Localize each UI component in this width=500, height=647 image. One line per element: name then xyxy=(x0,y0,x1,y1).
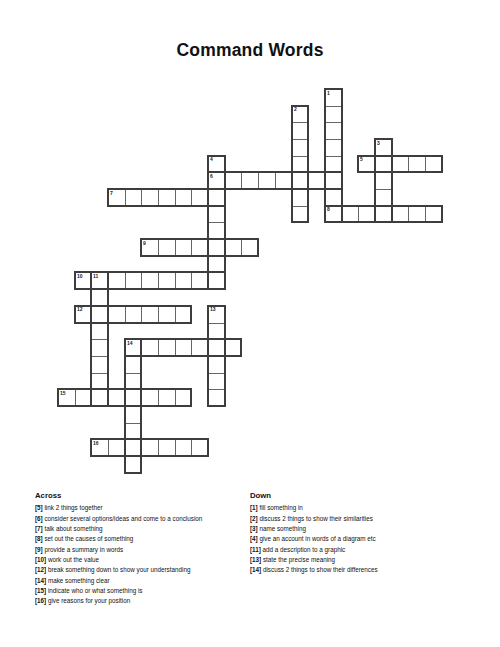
grid-cell[interactable] xyxy=(91,356,108,373)
grid-cell[interactable] xyxy=(175,339,192,356)
clue-number: 13 xyxy=(210,307,216,312)
grid-cell[interactable] xyxy=(375,156,392,173)
grid-cell[interactable] xyxy=(425,156,442,173)
grid-cell[interactable] xyxy=(141,339,158,356)
clue-item-text: discuss 2 things to show their differenc… xyxy=(263,567,378,574)
clue-item-text: indicate who or what something is xyxy=(48,587,143,594)
grid-cell[interactable] xyxy=(208,339,225,356)
clue-item: [8] set out the causes of something xyxy=(35,534,265,544)
clue-item-number: [6] xyxy=(35,515,44,522)
clue-item-text: give reasons for your position xyxy=(48,598,130,605)
grid-cell[interactable] xyxy=(158,189,175,206)
clue-item-number: [11] xyxy=(250,546,263,553)
clue-item: [11] add a description to a graphic xyxy=(250,544,480,554)
grid-cell[interactable] xyxy=(208,222,225,239)
grid-cell[interactable] xyxy=(141,389,158,406)
grid-cell[interactable] xyxy=(392,156,409,173)
clue-item: [15] indicate who or what something is xyxy=(35,586,265,596)
clue-item-number: [5] xyxy=(35,505,44,512)
clue-item-text: link 2 things together xyxy=(44,505,102,512)
clue-item: [4] give an account in words of a diagra… xyxy=(250,534,480,544)
clue-item-text: give an account in words of a diagram et… xyxy=(259,536,375,543)
clue-item-number: [4] xyxy=(250,536,259,543)
grid-cell[interactable] xyxy=(158,389,175,406)
clue-item: [14] discuss 2 things to show their diff… xyxy=(250,565,480,575)
grid-cell[interactable] xyxy=(108,306,125,323)
grid-cell[interactable] xyxy=(208,206,225,223)
grid-cell[interactable] xyxy=(125,272,142,289)
clue-number: 9 xyxy=(143,241,146,246)
clue-number: 4 xyxy=(210,157,213,162)
down-clues-section: Down [1] fill something in[2] discuss 2 … xyxy=(250,491,480,575)
clue-item-number: [8] xyxy=(35,536,44,543)
across-header: Across xyxy=(35,491,265,500)
grid-cell[interactable] xyxy=(375,189,392,206)
clue-item-number: [9] xyxy=(35,546,44,553)
grid-cell[interactable] xyxy=(292,172,309,189)
clue-number: 15 xyxy=(60,391,66,396)
clue-item: [1] fill something in xyxy=(250,503,480,513)
grid-cell[interactable] xyxy=(325,139,342,156)
clue-item: [14] make something clear xyxy=(35,575,265,585)
clue-item-text: discuss 2 things to show their similarit… xyxy=(259,515,372,522)
grid-cell[interactable] xyxy=(125,406,142,423)
grid-cell[interactable] xyxy=(408,206,425,223)
clue-number: 12 xyxy=(77,307,83,312)
grid-cell[interactable] xyxy=(75,389,92,406)
grid-cell[interactable] xyxy=(292,206,309,223)
clue-number: 10 xyxy=(77,274,83,279)
grid-cell[interactable] xyxy=(125,389,142,406)
clue-item-number: [2] xyxy=(250,515,259,522)
grid-cell[interactable] xyxy=(292,156,309,173)
grid-cell[interactable] xyxy=(125,306,142,323)
grid-cell[interactable] xyxy=(191,339,208,356)
grid-cell[interactable] xyxy=(191,272,208,289)
clue-item-number: [7] xyxy=(35,525,44,532)
grid-cell[interactable] xyxy=(241,239,258,256)
down-header: Down xyxy=(250,491,480,500)
grid-cell[interactable] xyxy=(141,189,158,206)
grid-cell[interactable] xyxy=(91,373,108,390)
clue-item-number: [12] xyxy=(35,567,48,574)
grid-cell[interactable] xyxy=(191,239,208,256)
grid-cell[interactable] xyxy=(241,172,258,189)
grid-cell[interactable] xyxy=(125,456,142,473)
grid-cell[interactable] xyxy=(175,272,192,289)
grid-cell[interactable] xyxy=(392,206,409,223)
grid-cell[interactable] xyxy=(158,339,175,356)
grid-cell[interactable] xyxy=(175,239,192,256)
grid-cell[interactable] xyxy=(141,439,158,456)
grid-cell[interactable] xyxy=(225,239,242,256)
clue-number: 7 xyxy=(110,191,113,196)
grid-cell[interactable] xyxy=(292,189,309,206)
clue-item-number: [3] xyxy=(250,525,259,532)
clue-item-text: set out the causes of something xyxy=(44,536,133,543)
clue-item: [13] state the precise meaning xyxy=(250,555,480,565)
grid-cell[interactable] xyxy=(141,272,158,289)
clue-item: [9] provide a summary in words xyxy=(35,544,265,554)
clue-item: [6] consider several options/ideas and c… xyxy=(35,513,265,523)
grid-cell[interactable] xyxy=(125,373,142,390)
clue-item: [16] give reasons for your position xyxy=(35,596,265,606)
grid-cell[interactable] xyxy=(325,122,342,139)
page: Command Words 12345678910111213141516 Ac… xyxy=(0,0,500,647)
grid-cell[interactable] xyxy=(325,172,342,189)
grid-cell[interactable] xyxy=(141,306,158,323)
grid-cell[interactable] xyxy=(375,172,392,189)
clue-item: [3] name something xyxy=(250,524,480,534)
grid-cell[interactable] xyxy=(125,356,142,373)
clue-number: 6 xyxy=(210,174,213,179)
grid-cell[interactable] xyxy=(258,172,275,189)
clue-item-text: work out the value xyxy=(48,556,99,563)
grid-cell[interactable] xyxy=(425,206,442,223)
grid-cell[interactable] xyxy=(208,323,225,340)
grid-cell[interactable] xyxy=(308,172,325,189)
clue-item: [2] discuss 2 things to show their simil… xyxy=(250,513,480,523)
grid-cell[interactable] xyxy=(91,339,108,356)
grid-cell[interactable] xyxy=(108,272,125,289)
grid-cell[interactable] xyxy=(208,256,225,273)
grid-cell[interactable] xyxy=(208,356,225,373)
clue-number: 2 xyxy=(294,107,297,112)
clue-item-number: [1] xyxy=(250,505,259,512)
grid-cell[interactable] xyxy=(292,139,309,156)
grid-cell[interactable] xyxy=(175,189,192,206)
clue-item-text: fill something in xyxy=(259,505,302,512)
grid-cell[interactable] xyxy=(125,189,142,206)
clue-item-number: [16] xyxy=(35,598,48,605)
clue-item: [10] work out the value xyxy=(35,555,265,565)
clue-item-number: [15] xyxy=(35,587,48,594)
clue-number: 1 xyxy=(327,91,330,96)
grid-cell[interactable] xyxy=(208,239,225,256)
grid-cell[interactable] xyxy=(108,389,125,406)
across-clue-list: [5] link 2 things together[6] consider s… xyxy=(35,503,265,607)
clue-item-text: talk about something xyxy=(44,525,102,532)
grid-cell[interactable] xyxy=(175,439,192,456)
grid-cell[interactable] xyxy=(325,156,342,173)
clue-item-number: [14] xyxy=(35,577,48,584)
clue-item-text: add a description to a graphic xyxy=(263,546,346,553)
clue-number: 11 xyxy=(93,274,98,279)
clue-item-text: name something xyxy=(259,525,306,532)
grid-cell[interactable] xyxy=(125,423,142,440)
grid-cell[interactable] xyxy=(191,189,208,206)
grid-cell[interactable] xyxy=(158,439,175,456)
clue-number: 3 xyxy=(377,141,380,146)
grid-cell[interactable] xyxy=(358,206,375,223)
clue-number: 5 xyxy=(360,157,363,162)
grid-cell[interactable] xyxy=(191,439,208,456)
grid-cell[interactable] xyxy=(175,389,192,406)
grid-cell[interactable] xyxy=(342,206,359,223)
clue-item: [7] talk about something xyxy=(35,524,265,534)
clue-item-text: state the precise meaning xyxy=(263,556,335,563)
grid-cell[interactable] xyxy=(175,306,192,323)
clue-number: 14 xyxy=(127,341,133,346)
grid-cell[interactable] xyxy=(375,206,392,223)
clue-item-number: [14] xyxy=(250,567,263,574)
clue-item-text: provide a summary in words xyxy=(44,546,123,553)
clue-item-text: make something clear xyxy=(48,577,110,584)
grid-cell[interactable] xyxy=(275,172,292,189)
grid-cell[interactable] xyxy=(108,439,125,456)
clue-item-number: [13] xyxy=(250,556,263,563)
clue-item: [12] break something down to show your u… xyxy=(35,565,265,575)
grid-cell[interactable] xyxy=(158,306,175,323)
clue-item-number: [10] xyxy=(35,556,48,563)
clue-item-text: break something down to show your unders… xyxy=(48,567,190,574)
crossword-grid: 12345678910111213141516 xyxy=(0,0,500,500)
grid-cell[interactable] xyxy=(208,389,225,406)
clue-number: 16 xyxy=(93,441,99,446)
grid-cell[interactable] xyxy=(158,272,175,289)
grid-cell[interactable] xyxy=(158,239,175,256)
clue-number: 8 xyxy=(327,207,330,212)
grid-cell[interactable] xyxy=(91,389,108,406)
grid-cell[interactable] xyxy=(208,373,225,390)
grid-cell[interactable] xyxy=(208,189,225,206)
down-clue-list: [1] fill something in[2] discuss 2 thing… xyxy=(250,503,480,575)
grid-cell[interactable] xyxy=(292,122,309,139)
grid-cell[interactable] xyxy=(225,172,242,189)
grid-cell[interactable] xyxy=(208,272,225,289)
grid-cell[interactable] xyxy=(408,156,425,173)
across-clues-section: Across [5] link 2 things together[6] con… xyxy=(35,491,265,607)
grid-cell[interactable] xyxy=(325,189,342,206)
grid-cell[interactable] xyxy=(125,439,142,456)
grid-cell[interactable] xyxy=(91,323,108,340)
clue-item: [5] link 2 things together xyxy=(35,503,265,513)
clue-item-text: consider several options/ideas and come … xyxy=(44,515,202,522)
grid-cell[interactable] xyxy=(91,306,108,323)
grid-cell[interactable] xyxy=(225,339,242,356)
grid-cell[interactable] xyxy=(325,106,342,123)
grid-cell[interactable] xyxy=(91,289,108,306)
